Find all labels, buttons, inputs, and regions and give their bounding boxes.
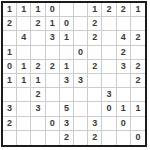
cell-r9c10[interactable]: [131, 117, 145, 131]
cell-r1c3[interactable]: 1: [31, 3, 45, 17]
cell-r6c6[interactable]: 3: [74, 74, 88, 88]
cell-r3c9[interactable]: 4: [117, 31, 131, 45]
cell-r10c9[interactable]: [117, 131, 131, 145]
cell-r10c5[interactable]: 2: [60, 131, 74, 145]
cell-r8c8[interactable]: 0: [102, 102, 116, 116]
cell-r3c2[interactable]: 4: [17, 31, 31, 45]
cell-r5c3[interactable]: 2: [31, 60, 45, 74]
cell-r6c3[interactable]: 1: [31, 74, 45, 88]
cell-r10c10[interactable]: 0: [131, 131, 145, 145]
puzzle-screenshot: 1110122122102431242102012212321113322333…: [0, 0, 150, 150]
cell-r3c1[interactable]: [3, 31, 17, 45]
cell-r9c4[interactable]: 0: [46, 117, 60, 131]
cell-r9c6[interactable]: [74, 117, 88, 131]
cell-r3c7[interactable]: 2: [88, 31, 102, 45]
cell-r6c5[interactable]: 3: [60, 74, 74, 88]
cell-r4c1[interactable]: 1: [3, 46, 17, 60]
cell-r3c6[interactable]: [74, 31, 88, 45]
cell-r6c7[interactable]: [88, 74, 102, 88]
cell-r1c6[interactable]: [74, 3, 88, 17]
cell-r6c1[interactable]: 1: [3, 74, 17, 88]
cell-r4c10[interactable]: [131, 46, 145, 60]
cell-r4c6[interactable]: 0: [74, 46, 88, 60]
cell-r2c5[interactable]: 0: [60, 17, 74, 31]
cell-r1c8[interactable]: 2: [102, 3, 116, 17]
cell-r7c2[interactable]: [17, 88, 31, 102]
cell-r2c4[interactable]: 1: [46, 17, 60, 31]
cell-r5c9[interactable]: 3: [117, 60, 131, 74]
cell-r10c3[interactable]: [31, 131, 45, 145]
cell-r2c1[interactable]: 2: [3, 17, 17, 31]
cell-r9c7[interactable]: 3: [88, 117, 102, 131]
cell-r3c3[interactable]: [31, 31, 45, 45]
cell-r6c9[interactable]: [117, 74, 131, 88]
cell-r3c4[interactable]: 3: [46, 31, 60, 45]
cell-r6c8[interactable]: [102, 74, 116, 88]
cell-r7c3[interactable]: 2: [31, 88, 45, 102]
cell-r9c9[interactable]: 0: [117, 117, 131, 131]
cell-r10c2[interactable]: [17, 131, 31, 145]
cell-r3c10[interactable]: 2: [131, 31, 145, 45]
cell-r7c9[interactable]: [117, 88, 131, 102]
cell-r9c8[interactable]: [102, 117, 116, 131]
cell-r8c10[interactable]: 1: [131, 102, 145, 116]
cell-r2c7[interactable]: 2: [88, 17, 102, 31]
cell-r3c5[interactable]: 1: [60, 31, 74, 45]
cell-r8c4[interactable]: [46, 102, 60, 116]
cell-r7c6[interactable]: [74, 88, 88, 102]
cell-r2c2[interactable]: [17, 17, 31, 31]
cell-r5c1[interactable]: 0: [3, 60, 17, 74]
cell-r1c2[interactable]: 1: [17, 3, 31, 17]
cell-r7c5[interactable]: [60, 88, 74, 102]
cell-r2c8[interactable]: [102, 17, 116, 31]
cell-r10c7[interactable]: 2: [88, 131, 102, 145]
cell-r4c2[interactable]: [17, 46, 31, 60]
cell-r9c3[interactable]: [31, 117, 45, 131]
cell-r1c10[interactable]: 1: [131, 3, 145, 17]
cell-r9c5[interactable]: 3: [60, 117, 74, 131]
cell-r6c2[interactable]: 1: [17, 74, 31, 88]
cell-r1c9[interactable]: 2: [117, 3, 131, 17]
cell-r5c5[interactable]: 1: [60, 60, 74, 74]
cell-r8c6[interactable]: [74, 102, 88, 116]
cell-r1c7[interactable]: 1: [88, 3, 102, 17]
cell-r8c9[interactable]: 1: [117, 102, 131, 116]
cell-r5c7[interactable]: 2: [88, 60, 102, 74]
cell-r5c6[interactable]: [74, 60, 88, 74]
cell-r7c10[interactable]: [131, 88, 145, 102]
cell-r7c7[interactable]: [88, 88, 102, 102]
cell-r5c8[interactable]: [102, 60, 116, 74]
cell-r4c4[interactable]: [46, 46, 60, 60]
cell-r2c6[interactable]: [74, 17, 88, 31]
cell-r10c4[interactable]: [46, 131, 60, 145]
cell-r4c3[interactable]: [31, 46, 45, 60]
cell-r6c4[interactable]: [46, 74, 60, 88]
mosaic-board: 1110122122102431242102012212321113322333…: [1, 1, 147, 147]
cell-r2c10[interactable]: [131, 17, 145, 31]
cell-r5c2[interactable]: 1: [17, 60, 31, 74]
cell-r4c5[interactable]: [60, 46, 74, 60]
cell-r7c8[interactable]: 3: [102, 88, 116, 102]
cell-r1c4[interactable]: 0: [46, 3, 60, 17]
cell-r10c1[interactable]: [3, 131, 17, 145]
cell-r9c2[interactable]: [17, 117, 31, 131]
cell-r7c4[interactable]: [46, 88, 60, 102]
cell-r10c6[interactable]: [74, 131, 88, 145]
cell-r4c7[interactable]: [88, 46, 102, 60]
cell-r8c5[interactable]: 5: [60, 102, 74, 116]
cell-r4c9[interactable]: 2: [117, 46, 131, 60]
cell-r4c8[interactable]: [102, 46, 116, 60]
cell-r6c10[interactable]: 2: [131, 74, 145, 88]
cell-r7c1[interactable]: [3, 88, 17, 102]
cell-r10c8[interactable]: [102, 131, 116, 145]
cell-r9c1[interactable]: 2: [3, 117, 17, 131]
cell-r3c8[interactable]: [102, 31, 116, 45]
cell-r8c2[interactable]: [17, 102, 31, 116]
cell-r8c7[interactable]: [88, 102, 102, 116]
cell-r8c3[interactable]: 3: [31, 102, 45, 116]
cell-r5c4[interactable]: 2: [46, 60, 60, 74]
cell-r1c5[interactable]: [60, 3, 74, 17]
cell-r1c1[interactable]: 1: [3, 3, 17, 17]
cell-r2c9[interactable]: [117, 17, 131, 31]
cell-r8c1[interactable]: 3: [3, 102, 17, 116]
cell-r2c3[interactable]: 2: [31, 17, 45, 31]
cell-r5c10[interactable]: 2: [131, 60, 145, 74]
